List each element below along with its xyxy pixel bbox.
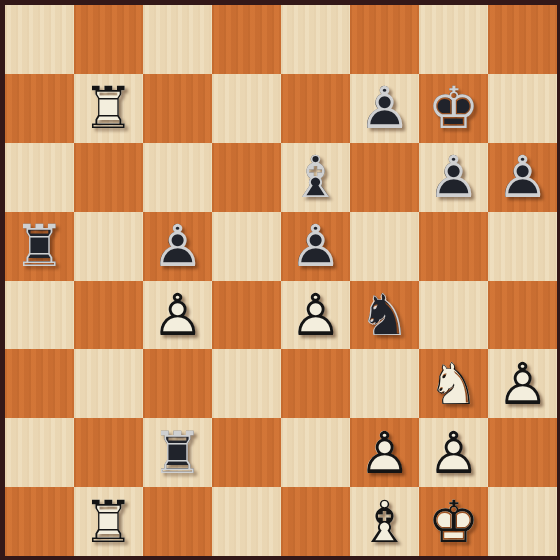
square-b5[interactable] [74, 212, 143, 281]
square-h4[interactable] [488, 281, 557, 350]
square-h1[interactable] [488, 487, 557, 556]
square-b2[interactable] [74, 418, 143, 487]
piece-line-glyph: ♙ [284, 283, 348, 347]
square-d4[interactable] [212, 281, 281, 350]
square-a2[interactable] [5, 418, 74, 487]
piece-line-glyph: ♙ [491, 145, 555, 209]
piece-white-bishop[interactable]: ♝♗ [353, 490, 417, 554]
piece-black-pawn[interactable]: ♟♙ [353, 76, 417, 140]
piece-black-king[interactable]: ♚♔ [422, 76, 486, 140]
square-f3[interactable] [350, 349, 419, 418]
piece-black-pawn[interactable]: ♟♙ [422, 145, 486, 209]
square-a1[interactable] [5, 487, 74, 556]
square-h8[interactable] [488, 5, 557, 74]
square-d6[interactable] [212, 143, 281, 212]
piece-white-knight[interactable]: ♞♘ [422, 352, 486, 416]
square-f2[interactable]: ♟♙ [350, 418, 419, 487]
piece-line-glyph: ♖ [77, 490, 141, 554]
square-a3[interactable] [5, 349, 74, 418]
piece-white-pawn[interactable]: ♟♙ [353, 421, 417, 485]
square-b7[interactable]: ♜♖ [74, 74, 143, 143]
square-e1[interactable] [281, 487, 350, 556]
piece-line-glyph: ♙ [422, 145, 486, 209]
piece-black-pawn[interactable]: ♟♙ [146, 214, 210, 278]
square-g3[interactable]: ♞♘ [419, 349, 488, 418]
piece-black-bishop[interactable]: ♝♗ [284, 145, 348, 209]
piece-line-glyph: ♙ [284, 214, 348, 278]
piece-line-glyph: ♔ [422, 76, 486, 140]
square-f6[interactable] [350, 143, 419, 212]
square-g7[interactable]: ♚♔ [419, 74, 488, 143]
square-a7[interactable] [5, 74, 74, 143]
piece-line-glyph: ♙ [353, 76, 417, 140]
piece-white-king[interactable]: ♚♔ [422, 490, 486, 554]
square-a8[interactable] [5, 5, 74, 74]
square-d1[interactable] [212, 487, 281, 556]
piece-white-pawn[interactable]: ♟♙ [491, 352, 555, 416]
square-f5[interactable] [350, 212, 419, 281]
square-h6[interactable]: ♟♙ [488, 143, 557, 212]
square-d8[interactable] [212, 5, 281, 74]
square-e2[interactable] [281, 418, 350, 487]
square-a5[interactable]: ♜♖ [5, 212, 74, 281]
piece-line-glyph: ♙ [422, 421, 486, 485]
square-h5[interactable] [488, 212, 557, 281]
piece-line-glyph: ♙ [353, 421, 417, 485]
piece-line-glyph: ♘ [422, 352, 486, 416]
square-c7[interactable] [143, 74, 212, 143]
square-a6[interactable] [5, 143, 74, 212]
piece-line-glyph: ♘ [353, 283, 417, 347]
piece-black-rook[interactable]: ♜♖ [8, 214, 72, 278]
square-d7[interactable] [212, 74, 281, 143]
square-c8[interactable] [143, 5, 212, 74]
piece-line-glyph: ♙ [146, 214, 210, 278]
square-f4[interactable]: ♞♘ [350, 281, 419, 350]
square-e6[interactable]: ♝♗ [281, 143, 350, 212]
square-c5[interactable]: ♟♙ [143, 212, 212, 281]
square-g1[interactable]: ♚♔ [419, 487, 488, 556]
square-e3[interactable] [281, 349, 350, 418]
piece-black-rook[interactable]: ♜♖ [146, 421, 210, 485]
square-g5[interactable] [419, 212, 488, 281]
square-c3[interactable] [143, 349, 212, 418]
square-e4[interactable]: ♟♙ [281, 281, 350, 350]
square-d2[interactable] [212, 418, 281, 487]
chess-board: ♜♖♟♙♚♔♝♗♟♙♟♙♜♖♟♙♟♙♟♙♟♙♞♘♞♘♟♙♜♖♟♙♟♙♜♖♝♗♚♔ [0, 0, 560, 560]
square-b8[interactable] [74, 5, 143, 74]
square-h2[interactable] [488, 418, 557, 487]
square-c2[interactable]: ♜♖ [143, 418, 212, 487]
square-e8[interactable] [281, 5, 350, 74]
square-b6[interactable] [74, 143, 143, 212]
piece-black-pawn[interactable]: ♟♙ [284, 214, 348, 278]
piece-white-rook[interactable]: ♜♖ [77, 490, 141, 554]
piece-line-glyph: ♖ [77, 76, 141, 140]
square-g6[interactable]: ♟♙ [419, 143, 488, 212]
square-d3[interactable] [212, 349, 281, 418]
piece-black-knight[interactable]: ♞♘ [353, 283, 417, 347]
square-h3[interactable]: ♟♙ [488, 349, 557, 418]
piece-black-pawn[interactable]: ♟♙ [491, 145, 555, 209]
piece-white-rook[interactable]: ♜♖ [77, 76, 141, 140]
square-b4[interactable] [74, 281, 143, 350]
square-f7[interactable]: ♟♙ [350, 74, 419, 143]
square-g2[interactable]: ♟♙ [419, 418, 488, 487]
square-b3[interactable] [74, 349, 143, 418]
piece-line-glyph: ♖ [8, 214, 72, 278]
square-h7[interactable] [488, 74, 557, 143]
square-a4[interactable] [5, 281, 74, 350]
piece-line-glyph: ♖ [146, 421, 210, 485]
square-f1[interactable]: ♝♗ [350, 487, 419, 556]
square-c6[interactable] [143, 143, 212, 212]
piece-white-pawn[interactable]: ♟♙ [284, 283, 348, 347]
piece-line-glyph: ♗ [353, 490, 417, 554]
piece-line-glyph: ♙ [146, 283, 210, 347]
square-d5[interactable] [212, 212, 281, 281]
square-e7[interactable] [281, 74, 350, 143]
piece-line-glyph: ♙ [491, 352, 555, 416]
square-c4[interactable]: ♟♙ [143, 281, 212, 350]
piece-white-pawn[interactable]: ♟♙ [422, 421, 486, 485]
square-g4[interactable] [419, 281, 488, 350]
piece-white-pawn[interactable]: ♟♙ [146, 283, 210, 347]
square-f8[interactable] [350, 5, 419, 74]
piece-line-glyph: ♗ [284, 145, 348, 209]
square-g8[interactable] [419, 5, 488, 74]
square-b1[interactable]: ♜♖ [74, 487, 143, 556]
square-e5[interactable]: ♟♙ [281, 212, 350, 281]
square-c1[interactable] [143, 487, 212, 556]
piece-line-glyph: ♔ [422, 490, 486, 554]
